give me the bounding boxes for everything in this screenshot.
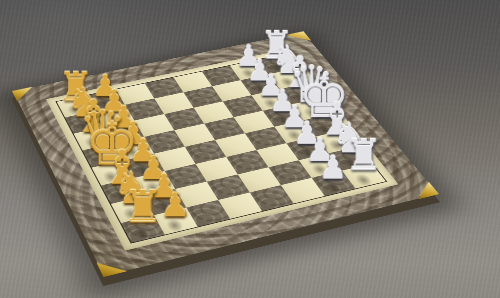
chessboard: ♜♞♝♛♚♝♞♜♟♟♟♟♟♟♟♟♟♟♟♟♟♟♟♟♜♞♝♛♚♝♞♜: [13, 32, 438, 276]
rook-glyph: ♜: [112, 187, 173, 229]
pawn-glyph: ♟: [304, 153, 362, 184]
scene-3d: ♜♞♝♛♚♝♞♜♟♟♟♟♟♟♟♟♟♟♟♟♟♟♟♟♜♞♝♛♚♝♞♜: [0, 0, 500, 298]
photo-backdrop: ♜♞♝♛♚♝♞♜♟♟♟♟♟♟♟♟♟♟♟♟♟♟♟♟♜♞♝♛♚♝♞♜: [0, 0, 500, 298]
